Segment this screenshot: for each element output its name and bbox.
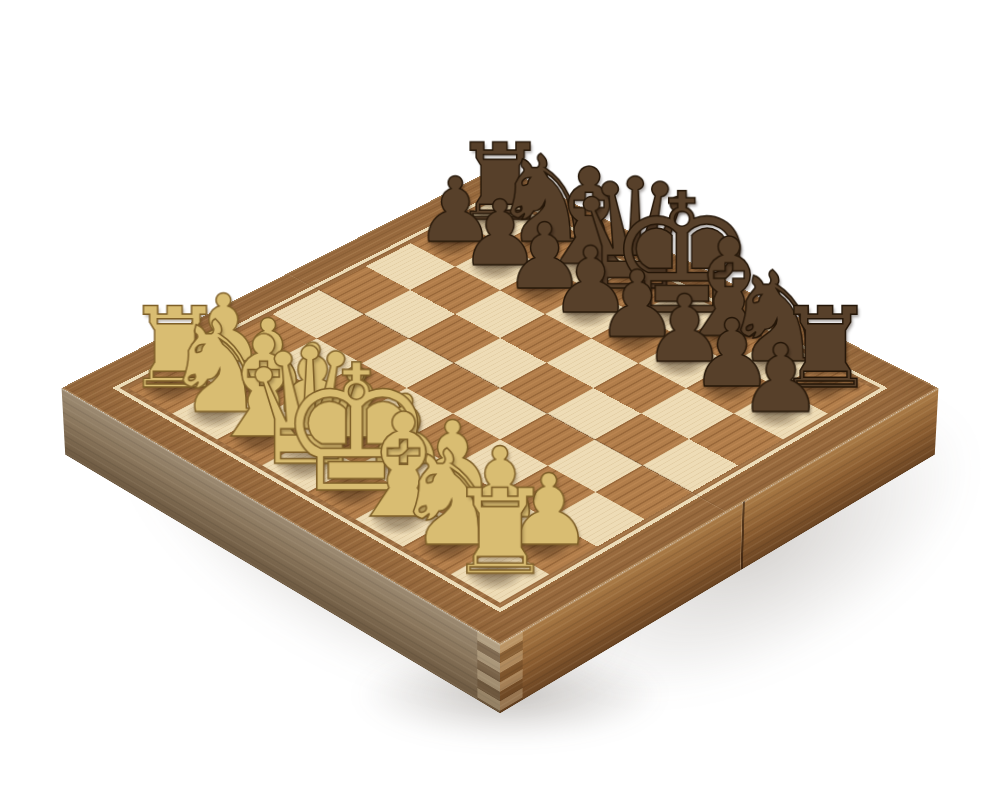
square-h1[interactable]: ♜ — [451, 547, 549, 603]
scene: Folding walnut and maple travel chess bo… — [0, 0, 1000, 800]
board-top: ♜♞♝♛♚♝♞♜♟♟♟♟♟♟♟♟♟♟♟♟♟♟♟♟♜♞♝♛♚♝♞♜ — [62, 166, 939, 644]
fold-seam-side — [741, 501, 745, 570]
square-h7[interactable]: ♟ — [734, 388, 828, 439]
white-rook-icon: ♜ — [447, 473, 553, 591]
black-pawn-icon: ♟ — [739, 332, 824, 427]
chess-board-box: ♜♞♝♛♚♝♞♜♟♟♟♟♟♟♟♟♟♟♟♟♟♟♟♟♜♞♝♛♚♝♞♜ — [62, 166, 939, 644]
